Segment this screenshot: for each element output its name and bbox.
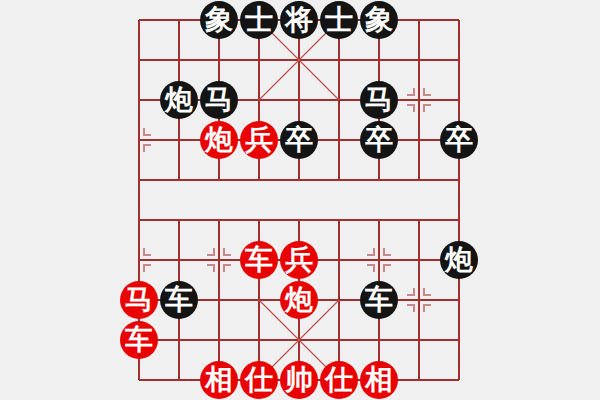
piece-black-chariot[interactable]: 车 [360,281,398,319]
piece-red-horse[interactable]: 马 [120,281,158,319]
piece-black-chariot[interactable]: 车 [160,281,198,319]
piece-black-elephant[interactable]: 象 [360,1,398,39]
piece-black-soldier[interactable]: 卒 [360,121,398,159]
piece-red-soldier[interactable]: 兵 [280,241,318,279]
piece-black-advisor[interactable]: 士 [240,1,278,39]
piece-black-horse[interactable]: 马 [360,81,398,119]
piece-red-chariot[interactable]: 车 [240,241,278,279]
piece-red-elephant[interactable]: 相 [360,361,398,399]
piece-black-soldier[interactable]: 卒 [440,121,478,159]
piece-black-king[interactable]: 将 [280,1,318,39]
piece-red-cannon[interactable]: 炮 [280,281,318,319]
piece-black-elephant[interactable]: 象 [200,1,238,39]
piece-red-cannon[interactable]: 炮 [200,121,238,159]
piece-black-soldier[interactable]: 卒 [280,121,318,159]
xiangqi-app: 象士将士象炮马马炮兵卒卒卒车兵炮马车炮车车相仕帅仕相 [0,0,600,400]
piece-black-cannon[interactable]: 炮 [160,81,198,119]
piece-black-advisor[interactable]: 士 [320,1,358,39]
piece-red-elephant[interactable]: 相 [200,361,238,399]
piece-red-king[interactable]: 帅 [280,361,318,399]
piece-black-cannon[interactable]: 炮 [440,241,478,279]
piece-red-advisor[interactable]: 仕 [320,361,358,399]
piece-black-horse[interactable]: 马 [200,81,238,119]
pieces-layer: 象士将士象炮马马炮兵卒卒卒车兵炮马车炮车车相仕帅仕相 [119,0,479,400]
piece-red-chariot[interactable]: 车 [120,321,158,359]
piece-red-soldier[interactable]: 兵 [240,121,278,159]
piece-red-advisor[interactable]: 仕 [240,361,278,399]
